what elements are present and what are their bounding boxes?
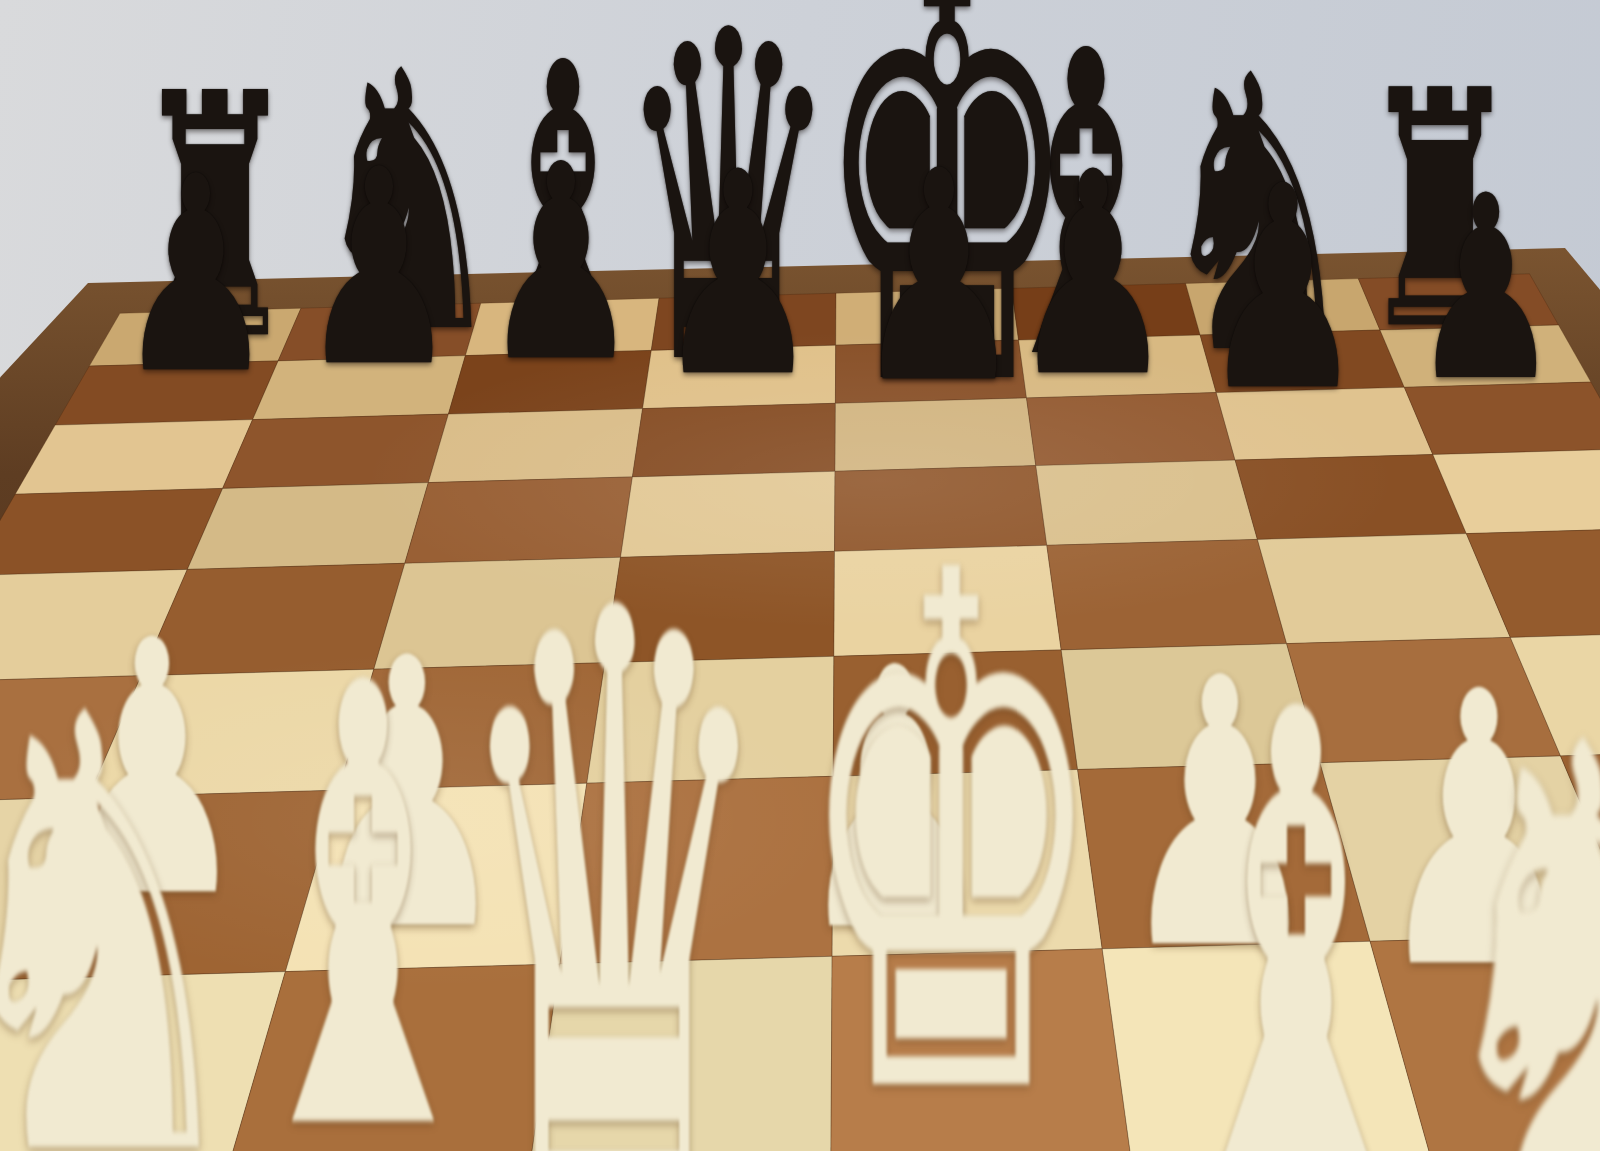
piece-black-pawn-c7: ♟: [481, 129, 641, 399]
piece-white-pawn-c2: ♟: [304, 610, 510, 981]
piece-black-rook-a8: ♜: [131, 50, 300, 386]
piece-white-knight-g1: ♞: [1412, 660, 1600, 1151]
chess-photo-scene: ♜♞♝♛♚♝♞♜♟♟♟♟♟♟♟♟♟♟♟♟♟♞♝♛♚♝♞: [0, 0, 1600, 1151]
piece-black-bishop-c8: ♝: [473, 16, 654, 383]
piece-black-queen-d8: ♛: [616, 0, 840, 427]
piece-white-knight-b1: ♞: [0, 639, 258, 1151]
piece-white-pawn-g2: ♟: [1374, 643, 1584, 1020]
piece-white-king-e1: ♚: [795, 483, 1107, 1151]
piece-black-pawn-a7: ♟: [116, 141, 276, 411]
piece-white-pawn-e2: ♟: [795, 622, 995, 981]
piece-black-rook-h8: ♜: [1358, 48, 1522, 374]
piece-black-pawn-h7: ♟: [1411, 162, 1561, 416]
piece-white-pawn-f2: ♟: [1117, 630, 1323, 1000]
piece-black-bishop-f8: ♝: [983, 0, 1190, 417]
piece-white-bishop-f1: ♝: [1156, 631, 1436, 1151]
piece-white-bishop-c1: ♝: [227, 607, 500, 1151]
piece-white-queen-d1: ♛: [449, 511, 778, 1151]
piece-black-king-e8: ♚: [815, 0, 1079, 465]
piece-black-pawn-f7: ♟: [1010, 135, 1176, 415]
piece-black-pawn-b7: ♟: [299, 134, 459, 404]
piece-black-pawn-g7: ♟: [1200, 149, 1366, 429]
piece-black-knight-g8: ♞: [1152, 27, 1363, 407]
piece-black-pawn-d7: ♟: [655, 135, 821, 415]
piece-black-knight-b8: ♞: [309, 25, 507, 382]
piece-black-pawn-e7: ♟: [853, 133, 1025, 423]
piece-white-pawn-b2: ♟: [55, 595, 250, 945]
pieces-layer: ♜♞♝♛♚♝♞♜♟♟♟♟♟♟♟♟♟♟♟♟♟♞♝♛♚♝♞: [0, 0, 1600, 1151]
